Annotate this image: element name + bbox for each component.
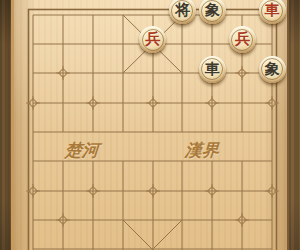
xiangqi-app: 楚河 漢界 将象車兵兵車象: [0, 0, 300, 250]
piece-glyph: 象: [205, 3, 220, 18]
piece-red-chariot[interactable]: 車: [259, 0, 286, 24]
pieces-layer: 将象車兵兵車象: [18, 0, 287, 250]
piece-glyph: 兵: [235, 32, 250, 47]
piece-glyph: 兵: [145, 32, 160, 47]
piece-red-soldier[interactable]: 兵: [229, 26, 256, 53]
piece-black-chariot[interactable]: 車: [199, 56, 226, 83]
piece-black-elephant[interactable]: 象: [259, 56, 286, 83]
xiangqi-board[interactable]: 楚河 漢界 将象車兵兵車象: [11, 0, 289, 250]
piece-glyph: 将: [175, 3, 190, 18]
piece-black-elephant[interactable]: 象: [199, 0, 226, 24]
piece-black-general[interactable]: 将: [169, 0, 196, 24]
piece-glyph: 象: [265, 62, 280, 77]
piece-glyph: 車: [265, 3, 280, 18]
piece-red-soldier[interactable]: 兵: [139, 26, 166, 53]
piece-glyph: 車: [205, 62, 220, 77]
